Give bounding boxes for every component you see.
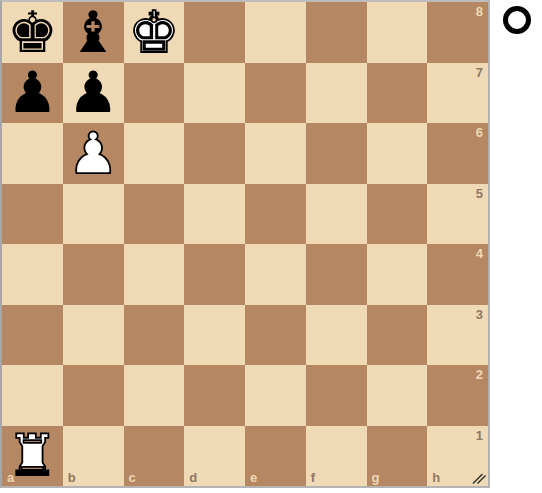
square-b4[interactable] <box>63 244 124 305</box>
square-d8[interactable] <box>184 2 245 63</box>
chess-board: ♚♝♚8♟♟7♟65432a♜bcdefg1h <box>2 2 488 486</box>
rank-label-6: 6 <box>476 126 483 139</box>
square-a3[interactable] <box>2 305 63 366</box>
chess-board-frame: ♚♝♚8♟♟7♟65432a♜bcdefg1h <box>0 0 490 488</box>
rank-label-2: 2 <box>476 368 483 381</box>
square-c7[interactable] <box>124 63 185 124</box>
square-e1[interactable]: e <box>245 426 306 487</box>
square-b8[interactable]: ♝ <box>63 2 124 63</box>
square-c3[interactable] <box>124 305 185 366</box>
page: ♚♝♚8♟♟7♟65432a♜bcdefg1h <box>0 0 542 493</box>
file-label-c: c <box>129 471 136 484</box>
square-d7[interactable] <box>184 63 245 124</box>
square-g2[interactable] <box>367 365 428 426</box>
square-c4[interactable] <box>124 244 185 305</box>
square-c1[interactable]: c <box>124 426 185 487</box>
file-label-e: e <box>250 471 257 484</box>
square-e2[interactable] <box>245 365 306 426</box>
square-b5[interactable] <box>63 184 124 245</box>
square-c2[interactable] <box>124 365 185 426</box>
square-e5[interactable] <box>245 184 306 245</box>
square-h7[interactable]: 7 <box>427 63 488 124</box>
square-f7[interactable] <box>306 63 367 124</box>
square-e8[interactable] <box>245 2 306 63</box>
square-f8[interactable] <box>306 2 367 63</box>
square-b6[interactable]: ♟ <box>63 123 124 184</box>
square-h8[interactable]: 8 <box>427 2 488 63</box>
rank-label-4: 4 <box>476 247 483 260</box>
file-label-b: b <box>68 471 76 484</box>
rank-label-8: 8 <box>476 5 483 18</box>
square-a6[interactable] <box>2 123 63 184</box>
square-g7[interactable] <box>367 63 428 124</box>
square-f1[interactable]: f <box>306 426 367 487</box>
square-d3[interactable] <box>184 305 245 366</box>
piece-black-king[interactable]: ♚ <box>2 2 63 63</box>
square-a7[interactable]: ♟ <box>2 63 63 124</box>
square-f6[interactable] <box>306 123 367 184</box>
square-d5[interactable] <box>184 184 245 245</box>
rank-label-7: 7 <box>476 66 483 79</box>
square-d2[interactable] <box>184 365 245 426</box>
square-c6[interactable] <box>124 123 185 184</box>
square-d6[interactable] <box>184 123 245 184</box>
white-to-move-indicator <box>503 6 531 34</box>
square-b1[interactable]: b <box>63 426 124 487</box>
square-f4[interactable] <box>306 244 367 305</box>
rank-label-1: 1 <box>476 429 483 442</box>
rank-label-3: 3 <box>476 308 483 321</box>
square-h4[interactable]: 4 <box>427 244 488 305</box>
square-a8[interactable]: ♚ <box>2 2 63 63</box>
piece-white-rook[interactable]: ♜ <box>2 426 63 487</box>
resize-handle-icon[interactable] <box>472 470 487 485</box>
square-g3[interactable] <box>367 305 428 366</box>
square-h6[interactable]: 6 <box>427 123 488 184</box>
square-g1[interactable]: g <box>367 426 428 487</box>
square-f5[interactable] <box>306 184 367 245</box>
square-c5[interactable] <box>124 184 185 245</box>
square-b7[interactable]: ♟ <box>63 63 124 124</box>
square-c8[interactable]: ♚ <box>124 2 185 63</box>
square-b3[interactable] <box>63 305 124 366</box>
rank-label-5: 5 <box>476 187 483 200</box>
square-d4[interactable] <box>184 244 245 305</box>
square-h3[interactable]: 3 <box>427 305 488 366</box>
square-h2[interactable]: 2 <box>427 365 488 426</box>
piece-black-pawn[interactable]: ♟ <box>2 63 63 124</box>
file-label-g: g <box>372 471 380 484</box>
square-a5[interactable] <box>2 184 63 245</box>
file-label-f: f <box>311 471 315 484</box>
square-g6[interactable] <box>367 123 428 184</box>
square-g4[interactable] <box>367 244 428 305</box>
square-e3[interactable] <box>245 305 306 366</box>
square-e7[interactable] <box>245 63 306 124</box>
square-a4[interactable] <box>2 244 63 305</box>
piece-black-bishop[interactable]: ♝ <box>63 2 124 63</box>
file-label-h: h <box>432 471 440 484</box>
file-label-d: d <box>189 471 197 484</box>
square-e6[interactable] <box>245 123 306 184</box>
square-g5[interactable] <box>367 184 428 245</box>
square-g8[interactable] <box>367 2 428 63</box>
square-a2[interactable] <box>2 365 63 426</box>
square-f3[interactable] <box>306 305 367 366</box>
square-e4[interactable] <box>245 244 306 305</box>
piece-white-king[interactable]: ♚ <box>124 2 185 63</box>
square-a1[interactable]: a♜ <box>2 426 63 487</box>
square-h5[interactable]: 5 <box>427 184 488 245</box>
piece-black-pawn[interactable]: ♟ <box>63 63 124 124</box>
piece-white-pawn[interactable]: ♟ <box>63 123 124 184</box>
square-f2[interactable] <box>306 365 367 426</box>
square-d1[interactable]: d <box>184 426 245 487</box>
square-b2[interactable] <box>63 365 124 426</box>
